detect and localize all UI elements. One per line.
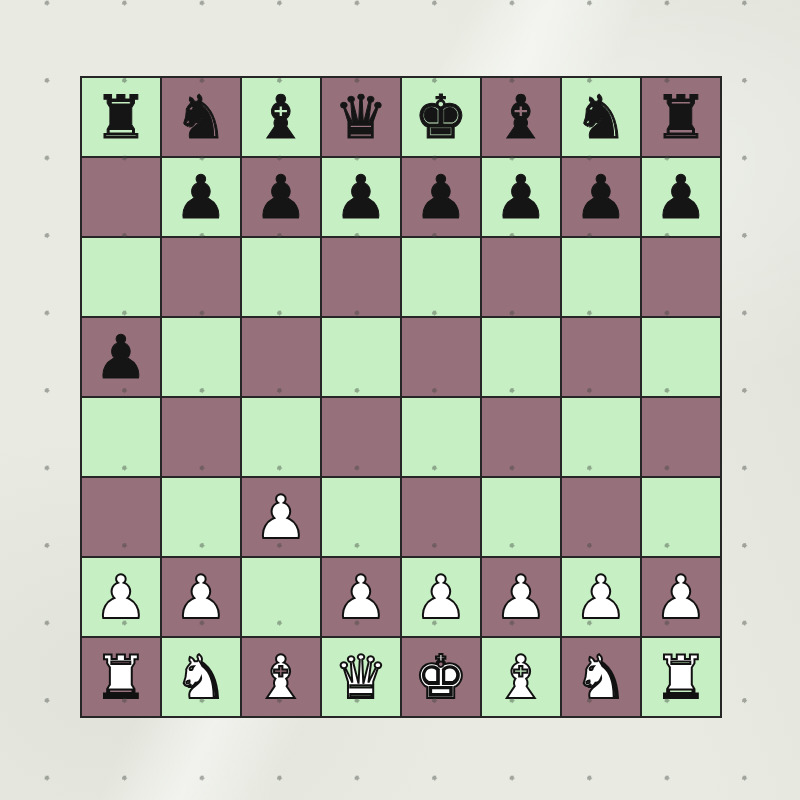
square-h3[interactable]: [642, 478, 720, 556]
piece-white-pawn[interactable]: ♟: [414, 558, 468, 636]
piece-black-pawn[interactable]: ♟: [174, 158, 228, 236]
piece-white-pawn[interactable]: ♟: [94, 558, 148, 636]
square-d6[interactable]: [322, 238, 400, 316]
square-g6[interactable]: [562, 238, 640, 316]
square-h1[interactable]: ♜: [642, 638, 720, 716]
piece-white-king[interactable]: ♚: [414, 638, 468, 716]
square-c6[interactable]: [242, 238, 320, 316]
square-c1[interactable]: ♝: [242, 638, 320, 716]
piece-black-bishop[interactable]: ♝: [254, 78, 308, 156]
square-g5[interactable]: [562, 318, 640, 396]
square-g2[interactable]: ♟: [562, 558, 640, 636]
square-e5[interactable]: [402, 318, 480, 396]
piece-black-pawn[interactable]: ♟: [654, 158, 708, 236]
square-d3[interactable]: [322, 478, 400, 556]
square-f7[interactable]: ♟: [482, 158, 560, 236]
piece-black-pawn[interactable]: ♟: [254, 158, 308, 236]
square-d5[interactable]: [322, 318, 400, 396]
piece-black-knight[interactable]: ♞: [174, 78, 228, 156]
piece-white-knight[interactable]: ♞: [174, 638, 228, 716]
piece-white-pawn[interactable]: ♟: [494, 558, 548, 636]
square-h6[interactable]: [642, 238, 720, 316]
square-c8[interactable]: ♝: [242, 78, 320, 156]
square-f6[interactable]: [482, 238, 560, 316]
piece-white-pawn[interactable]: ♟: [654, 558, 708, 636]
square-e7[interactable]: ♟: [402, 158, 480, 236]
square-d8[interactable]: ♛: [322, 78, 400, 156]
square-a8[interactable]: ♜: [82, 78, 160, 156]
piece-black-pawn[interactable]: ♟: [494, 158, 548, 236]
square-f4[interactable]: [482, 398, 560, 476]
piece-white-pawn[interactable]: ♟: [334, 558, 388, 636]
square-c7[interactable]: ♟: [242, 158, 320, 236]
square-c4[interactable]: [242, 398, 320, 476]
piece-black-bishop[interactable]: ♝: [494, 78, 548, 156]
piece-white-bishop[interactable]: ♝: [254, 638, 308, 716]
square-g4[interactable]: [562, 398, 640, 476]
square-a5[interactable]: ♟: [82, 318, 160, 396]
piece-white-rook[interactable]: ♜: [654, 638, 708, 716]
square-h2[interactable]: ♟: [642, 558, 720, 636]
square-a4[interactable]: [82, 398, 160, 476]
square-d1[interactable]: ♛: [322, 638, 400, 716]
square-a2[interactable]: ♟: [82, 558, 160, 636]
piece-white-bishop[interactable]: ♝: [494, 638, 548, 716]
square-e4[interactable]: [402, 398, 480, 476]
square-b5[interactable]: [162, 318, 240, 396]
square-b7[interactable]: ♟: [162, 158, 240, 236]
square-e8[interactable]: ♚: [402, 78, 480, 156]
square-b2[interactable]: ♟: [162, 558, 240, 636]
piece-white-pawn[interactable]: ♟: [574, 558, 628, 636]
piece-black-pawn[interactable]: ♟: [94, 318, 148, 396]
piece-black-queen[interactable]: ♛: [334, 78, 388, 156]
piece-white-rook[interactable]: ♜: [94, 638, 148, 716]
piece-black-knight[interactable]: ♞: [574, 78, 628, 156]
square-g3[interactable]: [562, 478, 640, 556]
square-f3[interactable]: [482, 478, 560, 556]
square-b1[interactable]: ♞: [162, 638, 240, 716]
piece-black-pawn[interactable]: ♟: [574, 158, 628, 236]
piece-white-pawn[interactable]: ♟: [174, 558, 228, 636]
square-d2[interactable]: ♟: [322, 558, 400, 636]
square-d4[interactable]: [322, 398, 400, 476]
piece-black-pawn[interactable]: ♟: [414, 158, 468, 236]
piece-black-rook[interactable]: ♜: [94, 78, 148, 156]
square-c5[interactable]: [242, 318, 320, 396]
square-c3[interactable]: ♟: [242, 478, 320, 556]
piece-black-king[interactable]: ♚: [414, 78, 468, 156]
square-c2[interactable]: [242, 558, 320, 636]
piece-black-rook[interactable]: ♜: [654, 78, 708, 156]
square-g7[interactable]: ♟: [562, 158, 640, 236]
square-g8[interactable]: ♞: [562, 78, 640, 156]
square-h8[interactable]: ♜: [642, 78, 720, 156]
square-b4[interactable]: [162, 398, 240, 476]
square-f8[interactable]: ♝: [482, 78, 560, 156]
square-f5[interactable]: [482, 318, 560, 396]
square-h5[interactable]: [642, 318, 720, 396]
square-e2[interactable]: ♟: [402, 558, 480, 636]
square-a7[interactable]: [82, 158, 160, 236]
square-h7[interactable]: ♟: [642, 158, 720, 236]
square-h4[interactable]: [642, 398, 720, 476]
square-e6[interactable]: [402, 238, 480, 316]
square-b8[interactable]: ♞: [162, 78, 240, 156]
square-b6[interactable]: [162, 238, 240, 316]
chess-board: ♜♞♝♛♚♝♞♜♟♟♟♟♟♟♟♟♟♟♟♟♟♟♟♟♜♞♝♛♚♝♞♜: [80, 76, 722, 718]
piece-white-queen[interactable]: ♛: [334, 638, 388, 716]
square-e3[interactable]: [402, 478, 480, 556]
square-g1[interactable]: ♞: [562, 638, 640, 716]
square-d7[interactable]: ♟: [322, 158, 400, 236]
square-a6[interactable]: [82, 238, 160, 316]
square-e1[interactable]: ♚: [402, 638, 480, 716]
square-a1[interactable]: ♜: [82, 638, 160, 716]
square-b3[interactable]: [162, 478, 240, 556]
square-f1[interactable]: ♝: [482, 638, 560, 716]
piece-black-pawn[interactable]: ♟: [334, 158, 388, 236]
piece-white-pawn[interactable]: ♟: [254, 478, 308, 556]
square-f2[interactable]: ♟: [482, 558, 560, 636]
square-a3[interactable]: [82, 478, 160, 556]
piece-white-knight[interactable]: ♞: [574, 638, 628, 716]
